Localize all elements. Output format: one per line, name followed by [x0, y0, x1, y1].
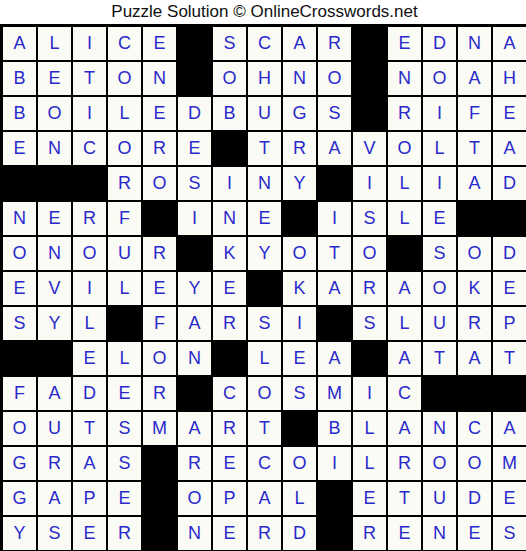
letter-cell: D	[492, 166, 526, 201]
letter-cell: A	[2, 26, 37, 61]
letter-cell: T	[387, 481, 422, 516]
letter-cell: O	[282, 236, 317, 271]
letter-cell: S	[177, 166, 212, 201]
letter-cell: I	[212, 166, 247, 201]
letter-cell: E	[2, 131, 37, 166]
letter-cell: E	[107, 481, 142, 516]
letter-cell: U	[247, 96, 282, 131]
letter-cell: O	[142, 341, 177, 376]
letter-cell: T	[457, 131, 492, 166]
letter-cell: L	[72, 306, 107, 341]
letter-cell: A	[492, 131, 526, 166]
letter-cell: M	[492, 446, 526, 481]
letter-cell: A	[177, 411, 212, 446]
letter-cell: R	[457, 306, 492, 341]
letter-cell: E	[457, 516, 492, 551]
letter-cell: P	[72, 481, 107, 516]
letter-cell: E	[142, 96, 177, 131]
letter-cell: T	[422, 341, 457, 376]
letter-cell: N	[177, 516, 212, 551]
letter-cell: O	[107, 61, 142, 96]
letter-cell: S	[247, 306, 282, 341]
letter-cell: A	[457, 166, 492, 201]
letter-cell: S	[212, 26, 247, 61]
letter-cell: G	[282, 96, 317, 131]
letter-cell: N	[212, 201, 247, 236]
black-cell	[247, 271, 282, 306]
letter-cell: C	[72, 131, 107, 166]
black-cell	[2, 166, 37, 201]
black-cell	[317, 481, 352, 516]
letter-cell: O	[422, 61, 457, 96]
letter-cell: R	[247, 516, 282, 551]
letter-cell: A	[177, 306, 212, 341]
letter-cell: I	[352, 376, 387, 411]
black-cell	[282, 411, 317, 446]
letter-cell: L	[387, 166, 422, 201]
letter-cell: E	[247, 201, 282, 236]
letter-cell: N	[37, 236, 72, 271]
black-cell	[457, 376, 492, 411]
letter-cell: O	[142, 166, 177, 201]
letter-cell: B	[212, 96, 247, 131]
letter-cell: O	[422, 271, 457, 306]
letter-cell: O	[2, 236, 37, 271]
black-cell	[2, 341, 37, 376]
letter-cell: O	[457, 446, 492, 481]
letter-cell: V	[352, 131, 387, 166]
letter-cell: O	[387, 131, 422, 166]
black-cell	[387, 236, 422, 271]
letter-cell: A	[457, 341, 492, 376]
letter-cell: R	[212, 411, 247, 446]
letter-cell: O	[177, 481, 212, 516]
letter-cell: H	[492, 61, 526, 96]
letter-cell: R	[107, 166, 142, 201]
letter-cell: N	[142, 61, 177, 96]
letter-cell: V	[37, 271, 72, 306]
letter-cell: T	[247, 411, 282, 446]
letter-cell: C	[457, 411, 492, 446]
letter-cell: E	[107, 376, 142, 411]
letter-cell: H	[247, 61, 282, 96]
letter-cell: N	[422, 411, 457, 446]
letter-cell: O	[247, 376, 282, 411]
letter-cell: O	[107, 131, 142, 166]
letter-cell: L	[247, 341, 282, 376]
letter-cell: R	[142, 376, 177, 411]
letter-cell: N	[282, 61, 317, 96]
letter-cell: E	[2, 271, 37, 306]
black-cell	[317, 516, 352, 551]
letter-cell: K	[212, 236, 247, 271]
letter-cell: O	[2, 411, 37, 446]
black-cell	[352, 26, 387, 61]
letter-cell: E	[72, 516, 107, 551]
letter-cell: R	[352, 271, 387, 306]
letter-cell: S	[107, 446, 142, 481]
letter-cell: O	[352, 236, 387, 271]
letter-cell: L	[352, 411, 387, 446]
black-cell	[37, 166, 72, 201]
letter-cell: U	[422, 481, 457, 516]
letter-cell: S	[2, 306, 37, 341]
letter-cell: R	[142, 131, 177, 166]
letter-cell: A	[317, 271, 352, 306]
letter-cell: O	[37, 96, 72, 131]
letter-cell: S	[422, 236, 457, 271]
letter-cell: M	[317, 376, 352, 411]
letter-cell: C	[212, 376, 247, 411]
letter-cell: I	[422, 96, 457, 131]
letter-cell: E	[492, 481, 526, 516]
letter-cell: B	[317, 411, 352, 446]
letter-cell: C	[107, 26, 142, 61]
letter-cell: N	[422, 516, 457, 551]
letter-cell: U	[37, 411, 72, 446]
letter-cell: N	[387, 61, 422, 96]
letter-cell: E	[72, 341, 107, 376]
letter-cell: I	[177, 201, 212, 236]
letter-cell: D	[457, 481, 492, 516]
letter-cell: E	[37, 61, 72, 96]
letter-cell: R	[37, 446, 72, 481]
letter-cell: O	[317, 61, 352, 96]
black-cell	[142, 446, 177, 481]
black-cell	[177, 61, 212, 96]
letter-cell: I	[422, 166, 457, 201]
letter-cell: E	[142, 26, 177, 61]
letter-cell: A	[492, 26, 526, 61]
letter-cell: G	[2, 481, 37, 516]
letter-cell: C	[247, 26, 282, 61]
letter-cell: L	[352, 446, 387, 481]
letter-cell: R	[212, 306, 247, 341]
letter-cell: S	[317, 96, 352, 131]
black-cell	[107, 306, 142, 341]
letter-cell: U	[422, 306, 457, 341]
letter-cell: I	[72, 96, 107, 131]
letter-cell: T	[72, 61, 107, 96]
letter-cell: E	[492, 96, 526, 131]
black-cell	[282, 201, 317, 236]
letter-cell: O	[212, 61, 247, 96]
letter-cell: K	[282, 271, 317, 306]
letter-cell: E	[212, 446, 247, 481]
crossword-grid: ALICESCAREDNABETONOHNONOAHBOILEDBUGSRIFE…	[0, 24, 526, 551]
letter-cell: A	[317, 131, 352, 166]
letter-cell: E	[142, 271, 177, 306]
letter-cell: N	[37, 131, 72, 166]
letter-cell: A	[37, 481, 72, 516]
letter-cell: D	[177, 96, 212, 131]
letter-cell: A	[72, 446, 107, 481]
letter-cell: T	[72, 411, 107, 446]
black-cell	[177, 236, 212, 271]
letter-cell: R	[107, 516, 142, 551]
letter-cell: Y	[247, 236, 282, 271]
letter-cell: N	[2, 201, 37, 236]
letter-cell: I	[72, 26, 107, 61]
letter-cell: E	[387, 26, 422, 61]
letter-cell: L	[107, 271, 142, 306]
letter-cell: S	[352, 201, 387, 236]
letter-cell: R	[142, 236, 177, 271]
letter-cell: I	[352, 166, 387, 201]
black-cell	[352, 341, 387, 376]
letter-cell: E	[492, 271, 526, 306]
letter-cell: O	[72, 236, 107, 271]
black-cell	[317, 306, 352, 341]
black-cell	[317, 166, 352, 201]
letter-cell: E	[212, 271, 247, 306]
letter-cell: A	[492, 411, 526, 446]
letter-cell: R	[177, 446, 212, 481]
letter-cell: A	[282, 26, 317, 61]
letter-cell: I	[72, 271, 107, 306]
letter-cell: P	[212, 481, 247, 516]
letter-cell: I	[317, 201, 352, 236]
letter-cell: R	[352, 516, 387, 551]
black-cell	[492, 376, 526, 411]
letter-cell: S	[282, 376, 317, 411]
letter-cell: S	[492, 516, 526, 551]
black-cell	[422, 376, 457, 411]
letter-cell: K	[457, 271, 492, 306]
black-cell	[72, 166, 107, 201]
letter-cell: N	[177, 341, 212, 376]
letter-cell: G	[2, 446, 37, 481]
letter-cell: O	[457, 236, 492, 271]
black-cell	[352, 96, 387, 131]
letter-cell: F	[457, 96, 492, 131]
letter-cell: E	[212, 516, 247, 551]
letter-cell: E	[352, 481, 387, 516]
letter-cell: N	[247, 166, 282, 201]
letter-cell: S	[352, 306, 387, 341]
letter-cell: R	[317, 26, 352, 61]
letter-cell: Y	[282, 166, 317, 201]
letter-cell: L	[282, 481, 317, 516]
letter-cell: A	[317, 341, 352, 376]
letter-cell: B	[2, 61, 37, 96]
letter-cell: D	[422, 26, 457, 61]
letter-cell: R	[387, 446, 422, 481]
letter-cell: A	[37, 376, 72, 411]
black-cell	[142, 516, 177, 551]
letter-cell: F	[2, 376, 37, 411]
black-cell	[492, 201, 526, 236]
black-cell	[177, 376, 212, 411]
black-cell	[142, 481, 177, 516]
letter-cell: R	[387, 96, 422, 131]
letter-cell: L	[107, 341, 142, 376]
black-cell	[212, 131, 247, 166]
page-title: Puzzle Solution © OnlineCrosswords.net	[0, 0, 526, 24]
letter-cell: S	[37, 516, 72, 551]
letter-cell: N	[457, 26, 492, 61]
black-cell	[37, 341, 72, 376]
letter-cell: Y	[177, 271, 212, 306]
letter-cell: A	[387, 411, 422, 446]
black-cell	[352, 61, 387, 96]
letter-cell: I	[282, 306, 317, 341]
letter-cell: M	[142, 411, 177, 446]
letter-cell: O	[282, 446, 317, 481]
letter-cell: A	[387, 341, 422, 376]
letter-cell: O	[422, 446, 457, 481]
letter-cell: I	[317, 446, 352, 481]
letter-cell: Y	[2, 516, 37, 551]
letter-cell: T	[317, 236, 352, 271]
letter-cell: E	[37, 201, 72, 236]
black-cell	[177, 26, 212, 61]
letter-cell: L	[387, 201, 422, 236]
letter-cell: F	[107, 201, 142, 236]
black-cell	[457, 201, 492, 236]
letter-cell: C	[247, 446, 282, 481]
letter-cell: R	[282, 131, 317, 166]
letter-cell: L	[37, 26, 72, 61]
letter-cell: A	[457, 61, 492, 96]
letter-cell: C	[387, 376, 422, 411]
puzzle-solution-page: Puzzle Solution © OnlineCrosswords.net A…	[0, 0, 526, 551]
letter-cell: F	[142, 306, 177, 341]
letter-cell: L	[107, 96, 142, 131]
letter-cell: T	[492, 341, 526, 376]
letter-cell: T	[247, 131, 282, 166]
letter-cell: E	[422, 201, 457, 236]
letter-cell: U	[107, 236, 142, 271]
letter-cell: E	[282, 341, 317, 376]
black-cell	[212, 341, 247, 376]
letter-cell: E	[387, 516, 422, 551]
letter-cell: B	[2, 96, 37, 131]
letter-cell: D	[492, 236, 526, 271]
letter-cell: D	[282, 516, 317, 551]
letter-cell: D	[72, 376, 107, 411]
letter-cell: A	[247, 481, 282, 516]
letter-cell: P	[492, 306, 526, 341]
letter-cell: Y	[37, 306, 72, 341]
letter-cell: S	[107, 411, 142, 446]
letter-cell: L	[422, 131, 457, 166]
letter-cell: E	[177, 131, 212, 166]
letter-cell: R	[72, 201, 107, 236]
black-cell	[142, 201, 177, 236]
letter-cell: A	[387, 271, 422, 306]
letter-cell: L	[387, 306, 422, 341]
